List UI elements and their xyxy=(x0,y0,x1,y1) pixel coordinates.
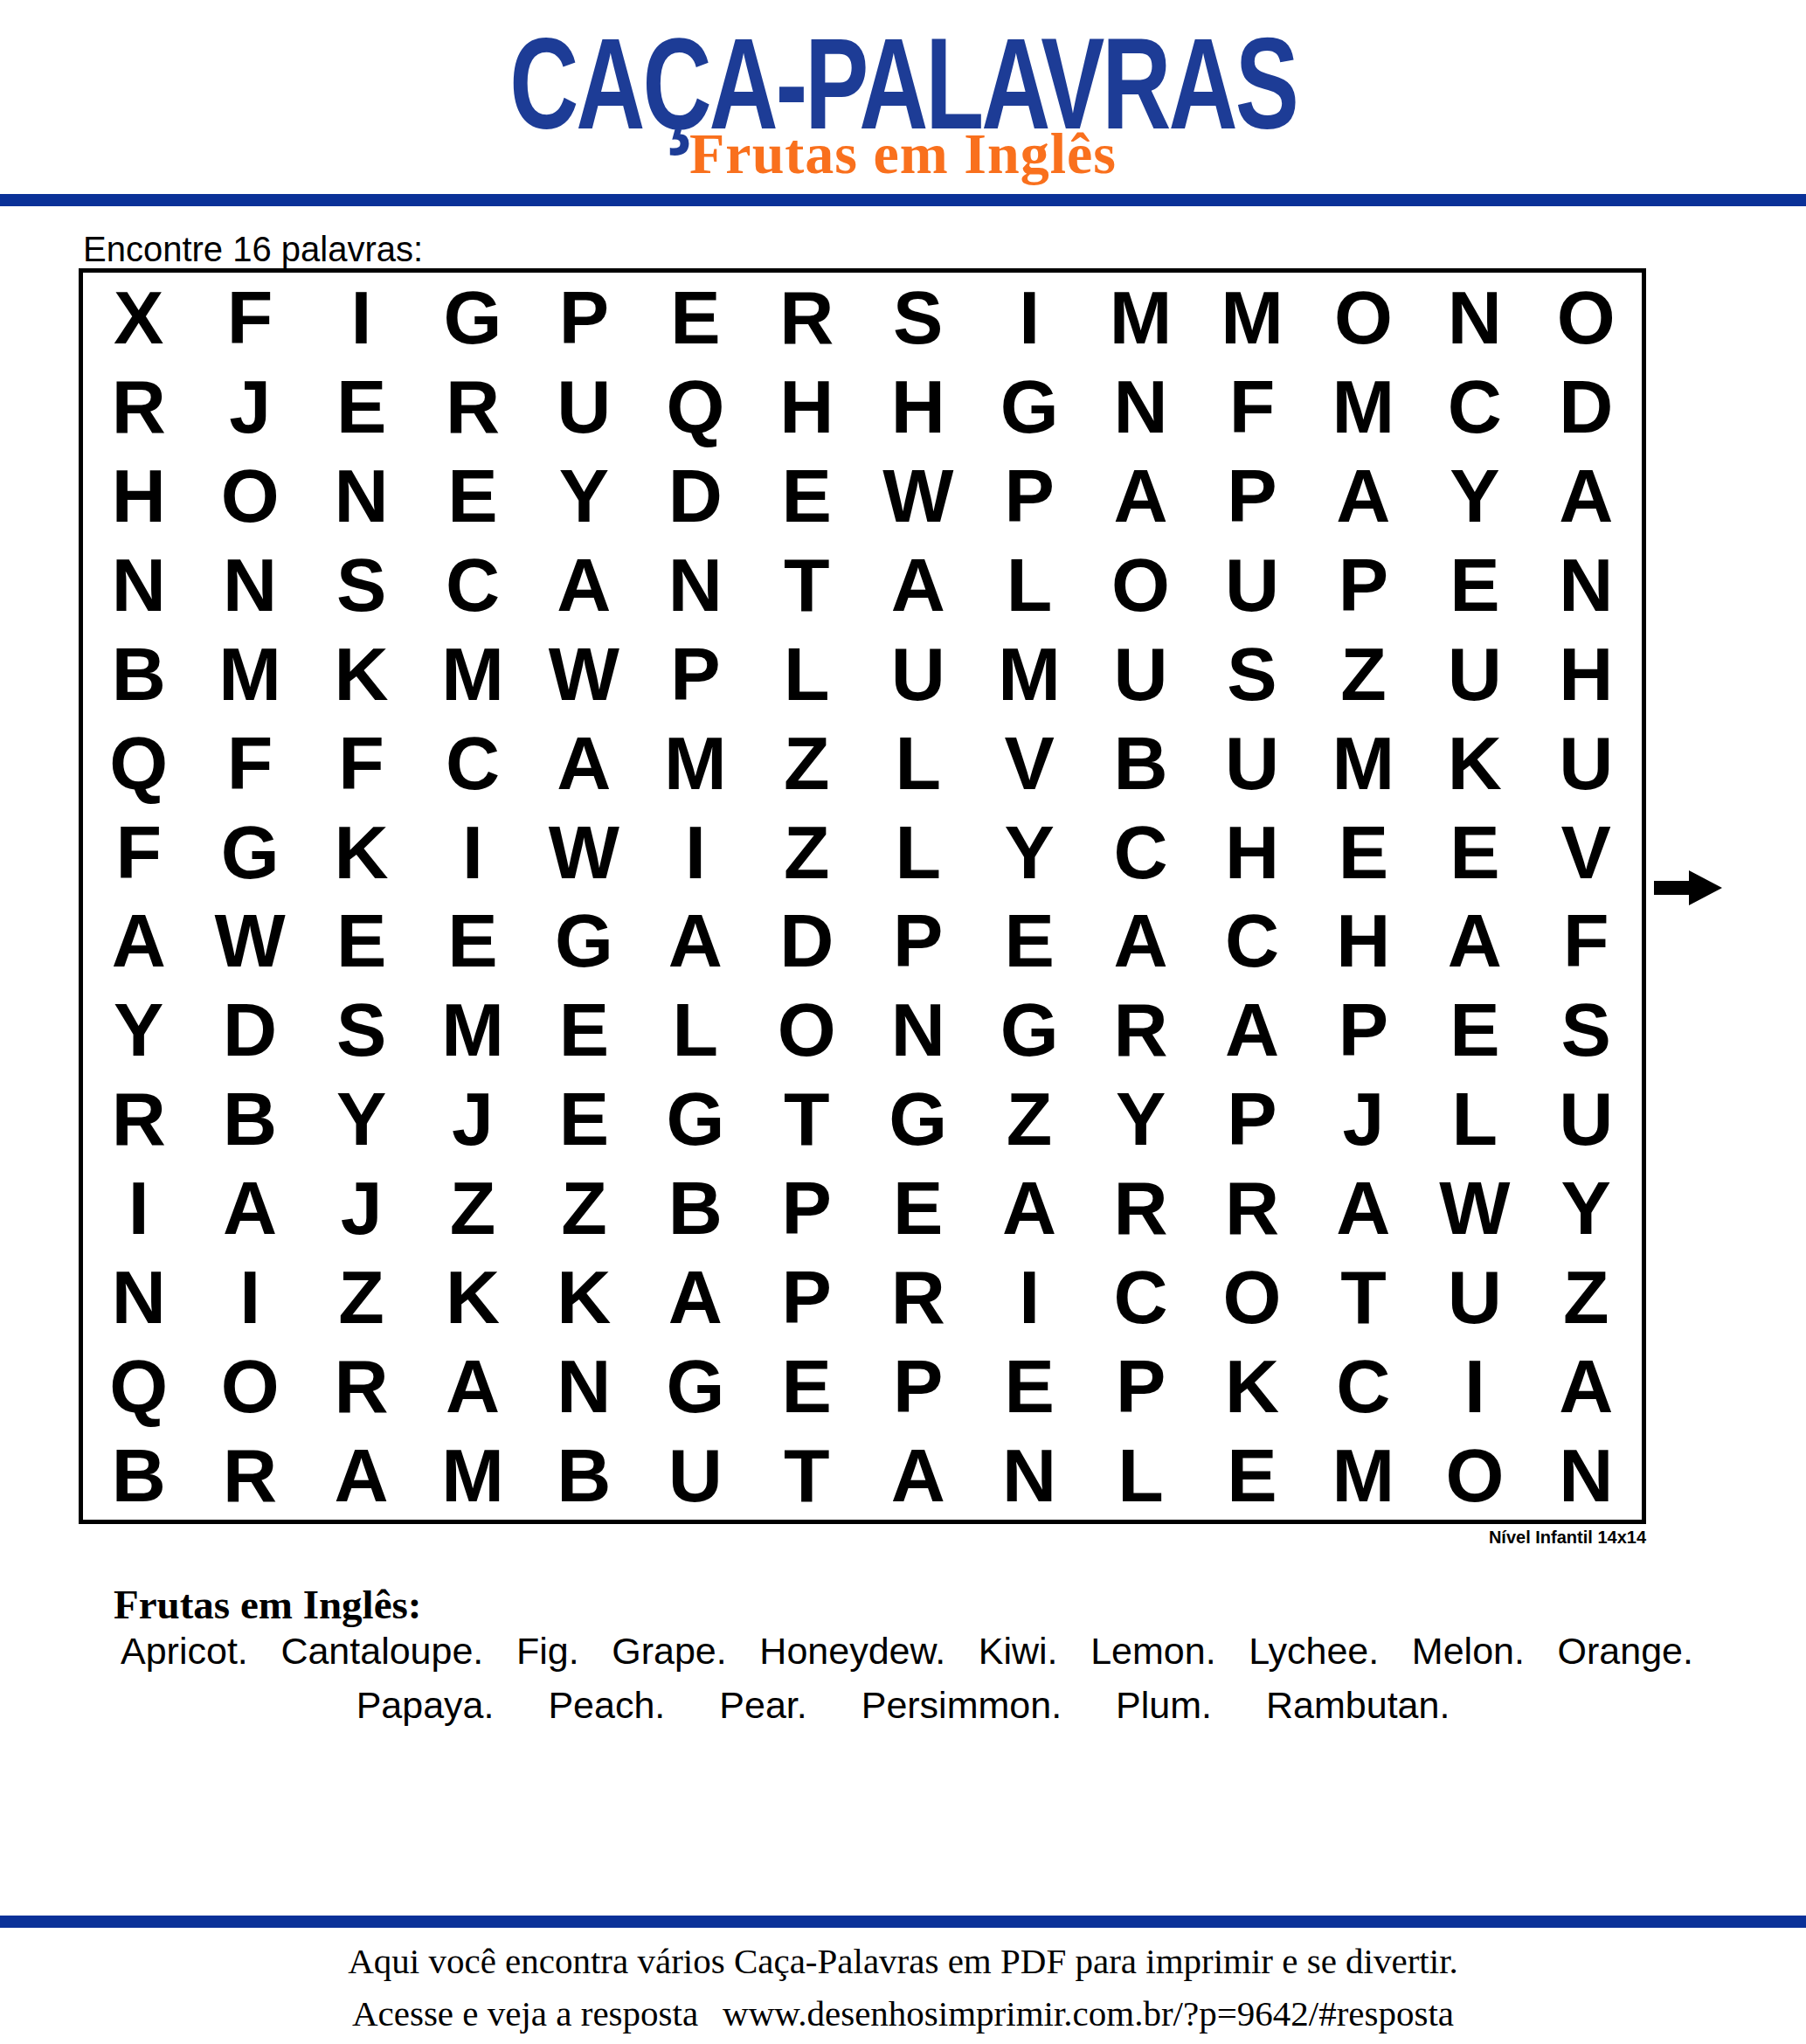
grid-cell[interactable]: M xyxy=(417,985,528,1074)
grid-cell[interactable]: E xyxy=(1196,1431,1307,1520)
grid-cell[interactable]: U xyxy=(862,629,973,718)
grid-cell[interactable]: U xyxy=(1085,629,1196,718)
grid-cell[interactable]: G xyxy=(973,985,1084,1074)
grid-cell[interactable]: F xyxy=(306,718,417,807)
grid-cell[interactable]: C xyxy=(1308,1341,1419,1431)
grid-cell[interactable]: P xyxy=(529,273,640,362)
grid-cell[interactable]: B xyxy=(640,1163,751,1252)
grid-cell[interactable]: E xyxy=(751,451,862,540)
grid-cell[interactable]: A xyxy=(1419,897,1530,986)
grid-cell[interactable]: R xyxy=(417,362,528,451)
word-list-item: Papaya. xyxy=(356,1685,495,1726)
grid-cell[interactable]: B xyxy=(83,1431,194,1520)
grid-cell[interactable]: K xyxy=(306,629,417,718)
grid-cell[interactable]: R xyxy=(1196,1163,1307,1252)
grid-cell[interactable]: U xyxy=(1419,1252,1530,1341)
grid-cell[interactable]: J xyxy=(306,1163,417,1252)
grid-cell[interactable]: N xyxy=(1531,540,1642,629)
grid-cell[interactable]: P xyxy=(862,897,973,986)
grid-cell[interactable]: A xyxy=(640,1252,751,1341)
grid-cell[interactable]: U xyxy=(1531,1074,1642,1163)
footer-url: www.desenhosimprimir.com.br/?p=9642/#res… xyxy=(723,1993,1454,2034)
word-list-item: Cantaloupe. xyxy=(280,1631,483,1672)
grid-cell[interactable]: P xyxy=(1196,1074,1307,1163)
grid-cell[interactable]: A xyxy=(1085,897,1196,986)
grid-cell[interactable]: R xyxy=(194,1431,305,1520)
grid-cell[interactable]: E xyxy=(1419,985,1530,1074)
grid-cell[interactable]: E xyxy=(1419,807,1530,897)
grid-cell[interactable]: M xyxy=(417,1431,528,1520)
grid-cell[interactable]: R xyxy=(83,362,194,451)
grid-cell[interactable]: I xyxy=(640,807,751,897)
grid-cell[interactable]: M xyxy=(1308,718,1419,807)
word-list-item: Kiwi. xyxy=(979,1631,1058,1672)
grid-cell[interactable]: A xyxy=(417,1341,528,1431)
grid-cell[interactable]: G xyxy=(417,273,528,362)
grid-cell[interactable]: H xyxy=(1308,897,1419,986)
grid-cell[interactable]: W xyxy=(529,629,640,718)
grid-cell[interactable]: M xyxy=(973,629,1084,718)
grid-cell[interactable]: C xyxy=(1085,1252,1196,1341)
grid-cell[interactable]: Z xyxy=(1308,629,1419,718)
grid-cell[interactable]: E xyxy=(417,451,528,540)
grid-cell[interactable]: E xyxy=(751,1341,862,1431)
grid-cell[interactable]: P xyxy=(640,629,751,718)
grid-cell[interactable]: H xyxy=(1531,629,1642,718)
grid-cell[interactable]: P xyxy=(1308,540,1419,629)
grid-cell[interactable]: R xyxy=(1085,985,1196,1074)
grid-cell[interactable]: A xyxy=(1531,1341,1642,1431)
grid-cell[interactable]: S xyxy=(1531,985,1642,1074)
grid-cell[interactable]: I xyxy=(306,273,417,362)
grid-cell[interactable]: E xyxy=(973,897,1084,986)
word-list-item: Pear. xyxy=(719,1685,806,1726)
grid-cell[interactable]: I xyxy=(1419,1341,1530,1431)
arrow-right-icon xyxy=(1654,869,1722,907)
grid-cell[interactable]: L xyxy=(862,807,973,897)
grid-cell[interactable]: W xyxy=(529,807,640,897)
grid-cell[interactable]: Y xyxy=(529,451,640,540)
grid-cell[interactable]: A xyxy=(1531,451,1642,540)
grid-cell[interactable]: L xyxy=(1085,1431,1196,1520)
grid-cell[interactable]: Z xyxy=(1531,1252,1642,1341)
grid-cell[interactable]: N xyxy=(306,451,417,540)
grid-cell[interactable]: I xyxy=(973,1252,1084,1341)
grid-cell[interactable]: M xyxy=(1085,273,1196,362)
grid-cell[interactable]: K xyxy=(529,1252,640,1341)
header-divider xyxy=(0,194,1806,206)
grid-cell[interactable]: J xyxy=(417,1074,528,1163)
grid-cell[interactable]: Z xyxy=(306,1252,417,1341)
grid-cell[interactable]: E xyxy=(1419,540,1530,629)
grid-cell[interactable]: N xyxy=(194,540,305,629)
grid-cell[interactable]: W xyxy=(862,451,973,540)
grid-cell[interactable]: E xyxy=(973,1341,1084,1431)
grid-cell[interactable]: M xyxy=(1308,1431,1419,1520)
grid-cell[interactable]: A xyxy=(83,897,194,986)
grid-cell[interactable]: E xyxy=(306,897,417,986)
grid-cell[interactable]: P xyxy=(862,1341,973,1431)
grid-cell[interactable]: M xyxy=(417,629,528,718)
grid-cell[interactable]: H xyxy=(862,362,973,451)
grid-cell[interactable]: R xyxy=(83,1074,194,1163)
grid-cell[interactable]: E xyxy=(640,273,751,362)
grid-cell[interactable]: P xyxy=(751,1252,862,1341)
grid-cell[interactable]: E xyxy=(306,362,417,451)
grid-cell[interactable]: S xyxy=(306,985,417,1074)
grid-cell[interactable]: A xyxy=(306,1431,417,1520)
grid-cell[interactable]: B xyxy=(83,629,194,718)
grid-cell[interactable]: I xyxy=(194,1252,305,1341)
grid-cell[interactable]: H xyxy=(751,362,862,451)
grid-cell[interactable]: C xyxy=(1419,362,1530,451)
grid-cell[interactable]: G xyxy=(973,362,1084,451)
grid-cell[interactable]: A xyxy=(640,897,751,986)
grid-cell[interactable]: V xyxy=(973,718,1084,807)
grid-cell[interactable]: K xyxy=(306,807,417,897)
grid-cell[interactable]: D xyxy=(194,985,305,1074)
word-list-item: Plum. xyxy=(1116,1685,1212,1726)
grid-cell[interactable]: D xyxy=(1531,362,1642,451)
grid-cell[interactable]: F xyxy=(83,807,194,897)
grid-cell[interactable]: A xyxy=(1308,451,1419,540)
grid-cell[interactable]: Q xyxy=(83,1341,194,1431)
grid-cell[interactable]: X xyxy=(83,273,194,362)
grid-cell[interactable]: C xyxy=(1085,807,1196,897)
grid-cell[interactable]: Y xyxy=(83,985,194,1074)
grid-cell[interactable]: R xyxy=(1085,1163,1196,1252)
grid-cell[interactable]: K xyxy=(417,1252,528,1341)
word-list-item: Lychee. xyxy=(1249,1631,1379,1672)
grid-cell[interactable]: A xyxy=(1308,1163,1419,1252)
grid-cell[interactable]: K xyxy=(1419,718,1530,807)
grid-cell[interactable]: M xyxy=(194,629,305,718)
grid-cell[interactable]: L xyxy=(751,629,862,718)
grid-cell[interactable]: N xyxy=(1531,1431,1642,1520)
grid-cell[interactable]: G xyxy=(640,1074,751,1163)
grid-cell[interactable]: P xyxy=(751,1163,862,1252)
grid-cell[interactable]: R xyxy=(751,273,862,362)
word-list-item: Fig. xyxy=(516,1631,579,1672)
grid-cell[interactable]: E xyxy=(529,985,640,1074)
word-list-item: Persimmon. xyxy=(861,1685,1062,1726)
grid-cell[interactable]: Y xyxy=(973,807,1084,897)
grid-cell[interactable]: U xyxy=(1196,540,1307,629)
word-list-line-1: Apricot.Cantaloupe.Fig.Grape.Honeydew.Ki… xyxy=(121,1631,1693,1672)
grid-cell[interactable]: H xyxy=(83,451,194,540)
grid-cell[interactable]: J xyxy=(1308,1074,1419,1163)
grid-cell[interactable]: E xyxy=(529,1074,640,1163)
grid-cell[interactable]: L xyxy=(973,540,1084,629)
word-list-item: Melon. xyxy=(1412,1631,1525,1672)
word-list-item: Grape. xyxy=(612,1631,726,1672)
grid-cell[interactable]: Z xyxy=(529,1163,640,1252)
grid-cell[interactable]: M xyxy=(1196,273,1307,362)
grid-cell[interactable]: I xyxy=(417,807,528,897)
grid-cell[interactable]: O xyxy=(751,985,862,1074)
grid-cell[interactable]: N xyxy=(1085,362,1196,451)
grid-cell[interactable]: S xyxy=(1196,629,1307,718)
grid-cell[interactable]: S xyxy=(306,540,417,629)
grid-cell[interactable]: F xyxy=(194,718,305,807)
word-list-item: Honeydew. xyxy=(759,1631,945,1672)
grid-cell[interactable]: S xyxy=(862,273,973,362)
word-list-item: Rambutan. xyxy=(1266,1685,1450,1726)
grid-cell[interactable]: M xyxy=(1308,362,1419,451)
grid-cell[interactable]: O xyxy=(194,451,305,540)
grid-cell[interactable]: U xyxy=(1196,718,1307,807)
grid-cell[interactable]: A xyxy=(862,1431,973,1520)
grid-level-caption: Nível Infantil 14x14 xyxy=(79,1528,1646,1547)
grid-cell[interactable]: N xyxy=(1419,273,1530,362)
grid-cell[interactable]: Q xyxy=(83,718,194,807)
grid-cell[interactable]: B xyxy=(194,1074,305,1163)
instruction-text: Encontre 16 palavras: xyxy=(83,230,423,268)
grid-cell[interactable]: Y xyxy=(1531,1163,1642,1252)
grid-cell[interactable]: K xyxy=(1196,1341,1307,1431)
grid-cell[interactable]: O xyxy=(1196,1252,1307,1341)
footer-divider xyxy=(0,1916,1806,1928)
grid-cell[interactable]: O xyxy=(1085,540,1196,629)
grid-cell[interactable]: B xyxy=(1085,718,1196,807)
grid-cell[interactable]: Y xyxy=(1085,1074,1196,1163)
grid-cell[interactable]: G xyxy=(194,807,305,897)
word-list-heading: Frutas em Inglês: xyxy=(114,1583,421,1628)
grid-cell[interactable]: G xyxy=(529,897,640,986)
grid-cell[interactable]: C xyxy=(1196,897,1307,986)
grid-cell[interactable]: F xyxy=(1196,362,1307,451)
grid-cell[interactable]: N xyxy=(973,1431,1084,1520)
footer-cta: Acesse e veja a resposta xyxy=(352,1993,698,2034)
grid-cell[interactable]: V xyxy=(1531,807,1642,897)
grid-cell[interactable]: F xyxy=(194,273,305,362)
grid-cell[interactable]: A xyxy=(862,540,973,629)
grid-cell[interactable]: A xyxy=(529,540,640,629)
grid-cell[interactable]: H xyxy=(1196,807,1307,897)
footer-text-2: Acesse e veja a resposta www.desenhosimp… xyxy=(0,1993,1806,2034)
grid-cell[interactable]: L xyxy=(640,985,751,1074)
grid-cell[interactable]: F xyxy=(1531,897,1642,986)
grid-cell[interactable]: N xyxy=(83,540,194,629)
grid-cell[interactable]: J xyxy=(194,362,305,451)
grid-cell[interactable]: E xyxy=(1308,807,1419,897)
grid-cell[interactable]: Y xyxy=(1419,451,1530,540)
footer-text-1: Aqui você encontra vários Caça-Palavras … xyxy=(0,1941,1806,1982)
grid-cell[interactable]: E xyxy=(417,897,528,986)
grid-cell[interactable]: Z xyxy=(751,807,862,897)
grid-cell[interactable]: A xyxy=(194,1163,305,1252)
page-subtitle: Frutas em Inglês xyxy=(0,125,1806,183)
grid-cell[interactable]: W xyxy=(1419,1163,1530,1252)
grid-cell[interactable]: D xyxy=(751,897,862,986)
grid-cell[interactable]: W xyxy=(194,897,305,986)
word-list-item: Lemon. xyxy=(1090,1631,1215,1672)
word-list-item: Peach. xyxy=(548,1685,665,1726)
grid-cell[interactable]: I xyxy=(83,1163,194,1252)
grid-cell[interactable]: N xyxy=(640,540,751,629)
grid-cell[interactable]: A xyxy=(973,1163,1084,1252)
grid-cell[interactable]: P xyxy=(973,451,1084,540)
grid-cell[interactable]: Y xyxy=(306,1074,417,1163)
grid-cell[interactable]: A xyxy=(1196,985,1307,1074)
grid-cell[interactable]: Z xyxy=(751,718,862,807)
grid-cell[interactable]: A xyxy=(1085,451,1196,540)
grid-cell[interactable]: Z xyxy=(973,1074,1084,1163)
grid-cell[interactable]: A xyxy=(529,718,640,807)
grid-cell[interactable]: Q xyxy=(640,362,751,451)
grid-cell[interactable]: N xyxy=(529,1341,640,1431)
grid-cell[interactable]: R xyxy=(862,1252,973,1341)
grid-cell[interactable]: C xyxy=(417,540,528,629)
grid-cell[interactable]: T xyxy=(751,1074,862,1163)
grid-cell[interactable]: N xyxy=(83,1252,194,1341)
grid-cell[interactable]: P xyxy=(1085,1341,1196,1431)
grid-cell[interactable]: O xyxy=(1531,273,1642,362)
grid-cell[interactable]: L xyxy=(862,718,973,807)
grid-cell[interactable]: N xyxy=(862,985,973,1074)
grid-cell[interactable]: I xyxy=(973,273,1084,362)
grid-cell[interactable]: O xyxy=(1308,273,1419,362)
grid-cell[interactable]: U xyxy=(640,1431,751,1520)
grid-cell[interactable]: B xyxy=(529,1431,640,1520)
word-list-item: Orange. xyxy=(1558,1631,1693,1672)
page: CAÇA-PALAVRAS Frutas em Inglês Encontre … xyxy=(0,0,1806,2044)
grid-cell[interactable]: C xyxy=(417,718,528,807)
grid-cell[interactable]: E xyxy=(862,1163,973,1252)
grid-cell[interactable]: O xyxy=(1419,1431,1530,1520)
grid-cell[interactable]: T xyxy=(751,540,862,629)
grid-cell[interactable]: T xyxy=(751,1431,862,1520)
grid-cell[interactable]: R xyxy=(306,1341,417,1431)
grid-cell[interactable]: G xyxy=(862,1074,973,1163)
grid-cell[interactable]: T xyxy=(1308,1252,1419,1341)
grid-cell[interactable]: P xyxy=(1308,985,1419,1074)
grid-cell[interactable]: U xyxy=(529,362,640,451)
grid-cell[interactable]: D xyxy=(640,451,751,540)
grid-cell[interactable]: Z xyxy=(417,1163,528,1252)
grid-cell[interactable]: M xyxy=(640,718,751,807)
grid-cell[interactable]: G xyxy=(640,1341,751,1431)
word-list-item: Apricot. xyxy=(121,1631,248,1672)
grid-cell[interactable]: L xyxy=(1419,1074,1530,1163)
word-search-grid: XFIGPERSIMMONORJERUQHHGNFMCDHONEYDEWPAPA… xyxy=(79,268,1646,1524)
grid-cell[interactable]: P xyxy=(1196,451,1307,540)
grid-cell[interactable]: U xyxy=(1419,629,1530,718)
word-list-line-2: Papaya.Peach.Pear.Persimmon.Plum.Rambuta… xyxy=(0,1685,1806,1726)
grid-cell[interactable]: U xyxy=(1531,718,1642,807)
grid-cell[interactable]: O xyxy=(194,1341,305,1431)
